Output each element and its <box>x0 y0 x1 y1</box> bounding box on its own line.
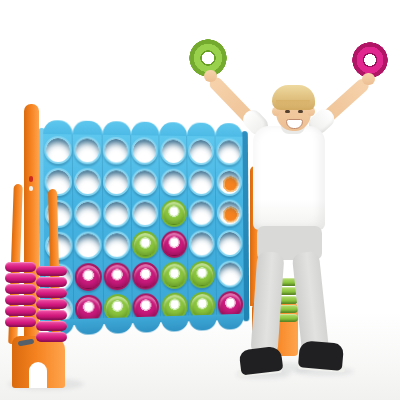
right-hand <box>204 70 217 82</box>
right-shoe <box>239 346 284 376</box>
product-photo-stage <box>0 0 400 400</box>
right-leg <box>250 251 284 355</box>
left-shoe <box>298 340 344 371</box>
left-leg <box>292 251 330 355</box>
child-figure <box>0 0 400 400</box>
white-t-shirt <box>253 126 325 230</box>
left-hand <box>362 73 375 85</box>
hair-fringe <box>276 100 310 108</box>
right-eye <box>298 110 303 113</box>
left-eye <box>285 110 290 113</box>
